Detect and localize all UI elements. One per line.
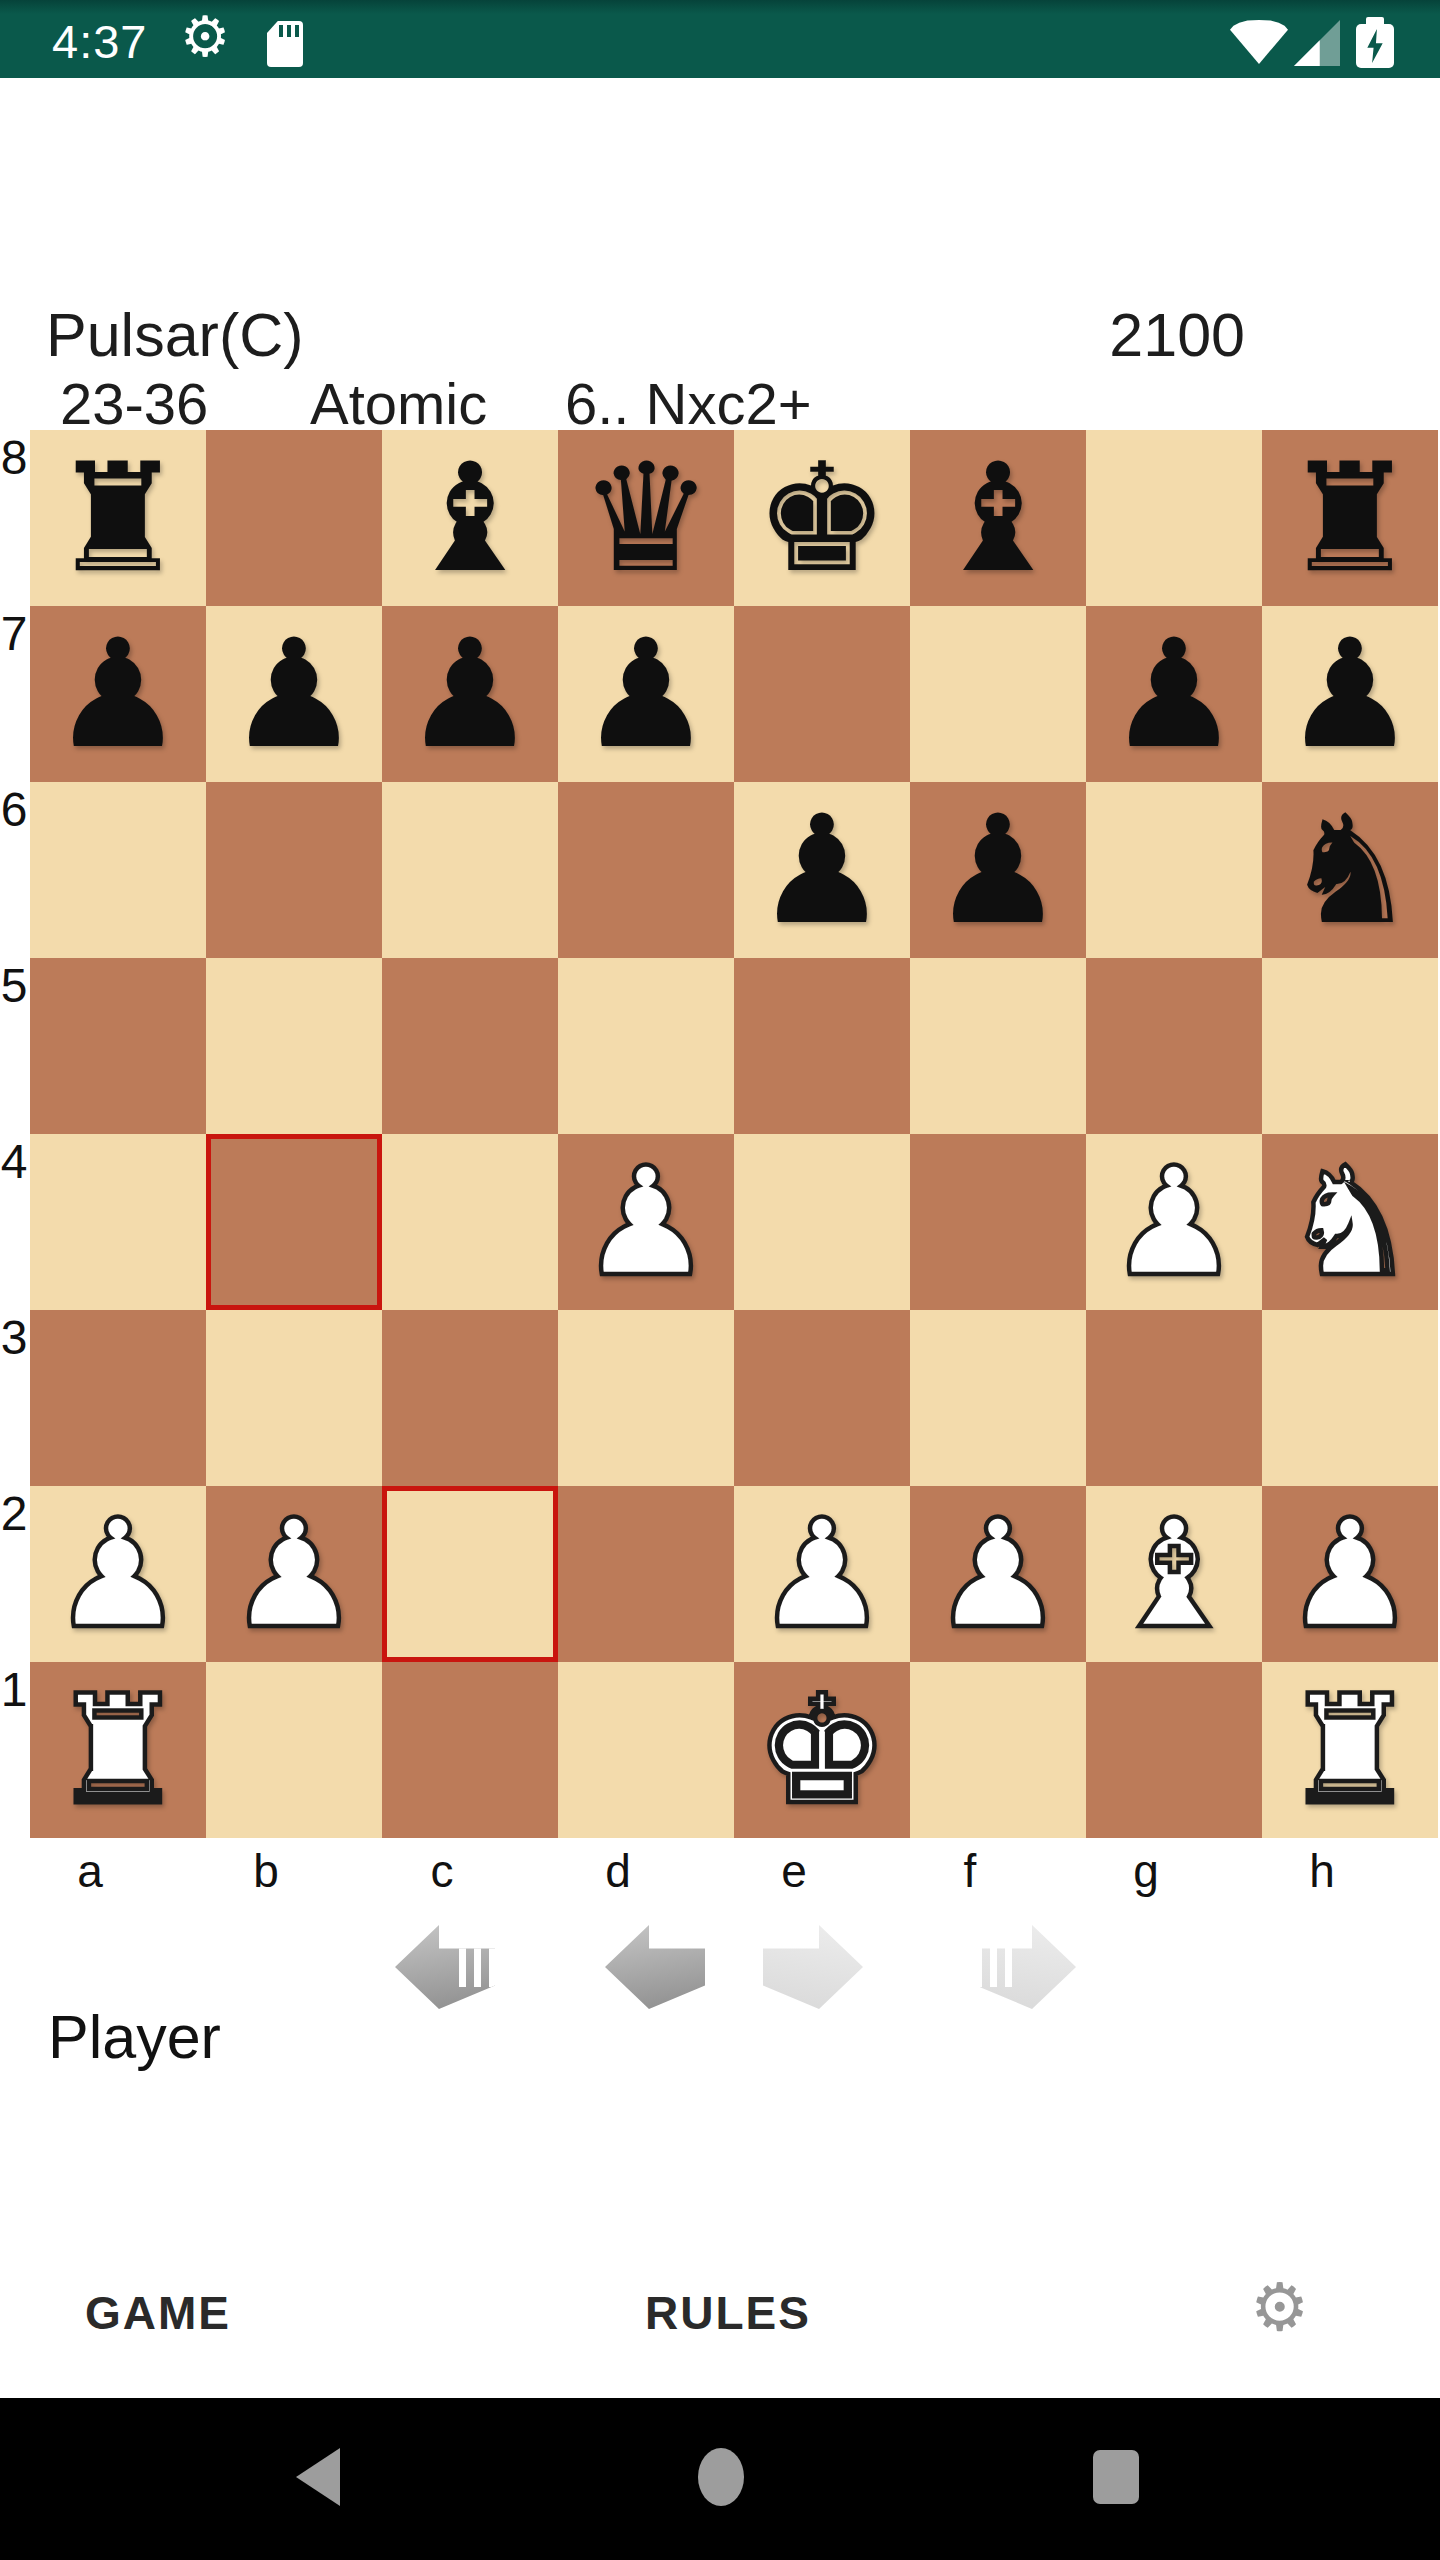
cell-signal-icon	[1294, 20, 1340, 66]
square-f2[interactable]: ♟	[910, 1486, 1086, 1662]
file-label-f: f	[882, 1844, 1058, 1898]
square-e3[interactable]	[734, 1310, 910, 1486]
square-a6[interactable]	[30, 782, 206, 958]
black-pawn-g7: ♟	[1107, 606, 1241, 782]
square-g7[interactable]: ♟	[1086, 606, 1262, 782]
square-d3[interactable]	[558, 1310, 734, 1486]
black-pawn-e6: ♟	[755, 782, 889, 958]
jump-to-start-button[interactable]	[395, 1925, 495, 2009]
back-icon[interactable]	[296, 2448, 340, 2506]
white-pawn-f2: ♟	[931, 1486, 1065, 1662]
file-label-d: d	[530, 1844, 706, 1898]
white-pawn-d4: ♟	[579, 1134, 713, 1310]
square-a3[interactable]	[30, 1310, 206, 1486]
sd-card-icon	[267, 21, 303, 67]
wifi-icon	[1230, 20, 1288, 64]
player-name: Player	[48, 2002, 221, 2072]
black-king-e8: ♚	[755, 430, 889, 606]
square-e5[interactable]	[734, 958, 910, 1134]
square-f6[interactable]: ♟	[910, 782, 1086, 958]
white-pawn-e2: ♟	[755, 1486, 889, 1662]
home-icon[interactable]	[698, 2448, 744, 2506]
square-g1[interactable]	[1086, 1662, 1262, 1838]
square-b4[interactable]	[206, 1134, 382, 1310]
recents-icon[interactable]	[1093, 2450, 1139, 2504]
rank-label-1: 1	[0, 1664, 28, 1716]
white-pawn-b2: ♟	[227, 1486, 361, 1662]
square-f1[interactable]	[910, 1662, 1086, 1838]
black-pawn-f6: ♟	[931, 782, 1065, 958]
square-f4[interactable]	[910, 1134, 1086, 1310]
clock-time: 4:37	[52, 14, 147, 69]
jump-to-start-stripes	[451, 1947, 495, 1987]
square-e6[interactable]: ♟	[734, 782, 910, 958]
square-h2[interactable]: ♟	[1262, 1486, 1438, 1662]
square-d2[interactable]	[558, 1486, 734, 1662]
square-e7[interactable]	[734, 606, 910, 782]
square-b1[interactable]	[206, 1662, 382, 1838]
rank-label-7: 7	[0, 608, 28, 660]
square-c5[interactable]	[382, 958, 558, 1134]
white-pawn-h2: ♟	[1283, 1486, 1417, 1662]
black-knight-h6: ♞	[1283, 782, 1417, 958]
square-e2[interactable]: ♟	[734, 1486, 910, 1662]
square-d1[interactable]	[558, 1662, 734, 1838]
square-g4[interactable]: ♟	[1086, 1134, 1262, 1310]
clock-display: 23-36	[60, 370, 208, 437]
file-label-b: b	[178, 1844, 354, 1898]
square-f7[interactable]	[910, 606, 1086, 782]
black-bishop-c8: ♝	[403, 430, 537, 606]
square-b8[interactable]	[206, 430, 382, 606]
square-b5[interactable]	[206, 958, 382, 1134]
square-g3[interactable]	[1086, 1310, 1262, 1486]
file-label-g: g	[1058, 1844, 1234, 1898]
square-f3[interactable]	[910, 1310, 1086, 1486]
square-e8[interactable]: ♚	[734, 430, 910, 606]
square-e1[interactable]: ♚	[734, 1662, 910, 1838]
file-label-h: h	[1234, 1844, 1410, 1898]
black-pawn-c7: ♟	[403, 606, 537, 782]
opponent-name: Pulsar(C)	[46, 300, 304, 370]
battery-bolt	[1363, 29, 1387, 63]
file-label-e: e	[706, 1844, 882, 1898]
square-g6[interactable]	[1086, 782, 1262, 958]
square-d6[interactable]	[558, 782, 734, 958]
battery-charging-icon	[1356, 24, 1394, 68]
gear-icon: ⚙	[180, 6, 230, 68]
square-h5[interactable]	[1262, 958, 1438, 1134]
square-c8[interactable]: ♝	[382, 430, 558, 606]
rules-menu-button[interactable]: RULES	[645, 2286, 811, 2340]
file-label-c: c	[354, 1844, 530, 1898]
status-bar: 4:37 ⚙	[0, 0, 1440, 78]
black-pawn-d7: ♟	[579, 606, 713, 782]
black-rook-a8: ♜	[51, 430, 185, 606]
square-c6[interactable]	[382, 782, 558, 958]
settings-gear-icon[interactable]: ⚙	[1250, 2272, 1309, 2342]
square-g5[interactable]	[1086, 958, 1262, 1134]
black-pawn-h7: ♟	[1283, 606, 1417, 782]
square-a1[interactable]: ♜	[30, 1662, 206, 1838]
white-rook-h1: ♜	[1283, 1662, 1417, 1838]
square-c1[interactable]	[382, 1662, 558, 1838]
black-pawn-b7: ♟	[227, 606, 361, 782]
square-b3[interactable]	[206, 1310, 382, 1486]
step-forward-button[interactable]	[763, 1925, 863, 2009]
square-a4[interactable]	[30, 1134, 206, 1310]
square-f8[interactable]: ♝	[910, 430, 1086, 606]
square-d7[interactable]: ♟	[558, 606, 734, 782]
square-c7[interactable]: ♟	[382, 606, 558, 782]
square-h8[interactable]: ♜	[1262, 430, 1438, 606]
rank-label-2: 2	[0, 1488, 28, 1540]
sd-card-slits	[279, 25, 299, 37]
square-h4[interactable]: ♞	[1262, 1134, 1438, 1310]
square-a5[interactable]	[30, 958, 206, 1134]
game-menu-button[interactable]: GAME	[85, 2286, 231, 2340]
square-d8[interactable]: ♛	[558, 430, 734, 606]
square-g2[interactable]: ♝	[1086, 1486, 1262, 1662]
black-rook-h8: ♜	[1283, 430, 1417, 606]
square-h7[interactable]: ♟	[1262, 606, 1438, 782]
square-e4[interactable]	[734, 1134, 910, 1310]
square-g8[interactable]	[1086, 430, 1262, 606]
white-bishop-g2: ♝	[1107, 1486, 1241, 1662]
battery-nub	[1366, 17, 1384, 25]
white-rook-a1: ♜	[51, 1662, 185, 1838]
white-knight-h4: ♞	[1283, 1134, 1417, 1310]
step-back-arrow-icon	[605, 1925, 705, 2009]
square-h3[interactable]	[1262, 1310, 1438, 1486]
black-queen-d8: ♛	[579, 430, 713, 606]
square-b2[interactable]: ♟	[206, 1486, 382, 1662]
step-forward-arrow-icon	[763, 1925, 863, 2009]
square-a7[interactable]: ♟	[30, 606, 206, 782]
step-back-button[interactable]	[605, 1925, 705, 2009]
white-pawn-a2: ♟	[51, 1486, 185, 1662]
chess-board: ♜♝♛♚♝♜♟♟♟♟♟♟♟♟♞♟♟♞♟♟♟♟♝♟♜♚♜ 87654321 abc…	[0, 430, 1440, 1892]
square-h1[interactable]: ♜	[1262, 1662, 1438, 1838]
rank-label-8: 8	[0, 432, 28, 484]
file-label-a: a	[2, 1844, 178, 1898]
square-d4[interactable]: ♟	[558, 1134, 734, 1310]
white-pawn-g4: ♟	[1107, 1134, 1241, 1310]
square-h6[interactable]: ♞	[1262, 782, 1438, 958]
variant-label: Atomic	[310, 370, 487, 437]
android-nav-bar	[0, 2398, 1440, 2560]
square-d5[interactable]	[558, 958, 734, 1134]
jump-to-end-button[interactable]	[976, 1925, 1076, 2009]
last-move-text: 6.. Nxc2+	[565, 370, 812, 437]
square-f5[interactable]	[910, 958, 1086, 1134]
square-a2[interactable]: ♟	[30, 1486, 206, 1662]
rank-label-6: 6	[0, 784, 28, 836]
square-b7[interactable]: ♟	[206, 606, 382, 782]
board-grid: ♜♝♛♚♝♜♟♟♟♟♟♟♟♟♞♟♟♞♟♟♟♟♝♟♜♚♜	[30, 430, 1438, 1838]
square-c3[interactable]	[382, 1310, 558, 1486]
opponent-rating: 2100	[1090, 300, 1245, 370]
black-bishop-f8: ♝	[931, 430, 1065, 606]
jump-to-end-stripes	[976, 1947, 1020, 1987]
rank-label-3: 3	[0, 1312, 28, 1364]
rank-label-5: 5	[0, 960, 28, 1012]
square-c2[interactable]	[382, 1486, 558, 1662]
square-c4[interactable]	[382, 1134, 558, 1310]
white-king-e1: ♚	[755, 1662, 889, 1838]
rank-label-4: 4	[0, 1136, 28, 1188]
square-a8[interactable]: ♜	[30, 430, 206, 606]
black-pawn-a7: ♟	[51, 606, 185, 782]
square-b6[interactable]	[206, 782, 382, 958]
